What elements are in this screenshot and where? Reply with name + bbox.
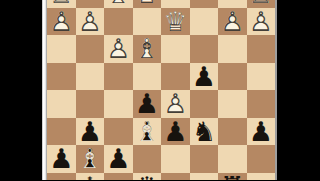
square-d7[interactable]	[161, 145, 190, 173]
chess-board[interactable]: ♜♖♝♗♚♔♜♖♟♙♟♙♛♕♟♙♟♙♟♙♝♗♟♟♟♙♟♝♗♟♞♟♟♝♗♟♚♛♜	[47, 0, 275, 180]
square-b5[interactable]	[218, 90, 247, 118]
square-h3[interactable]	[47, 35, 76, 63]
square-g2[interactable]: ♟♙	[76, 8, 105, 36]
square-c3[interactable]	[190, 35, 219, 63]
piece-white-queen: ♛♕	[161, 8, 190, 36]
square-b2[interactable]: ♟♙	[218, 8, 247, 36]
piece-white-bishop: ♝♗	[104, 0, 133, 8]
square-h2[interactable]: ♟♙	[47, 8, 76, 36]
square-g6[interactable]: ♟	[76, 118, 105, 146]
square-a4[interactable]	[247, 63, 276, 91]
square-f1[interactable]: ♝♗	[104, 0, 133, 8]
square-g5[interactable]	[76, 90, 105, 118]
square-d1[interactable]	[161, 0, 190, 8]
square-e3[interactable]: ♝♗	[133, 35, 162, 63]
piece-white-pawn: ♟♙	[104, 35, 133, 63]
piece-white-bishop: ♝♗	[133, 35, 162, 63]
square-b7[interactable]	[218, 145, 247, 173]
square-c8[interactable]	[190, 173, 219, 181]
piece-black-king: ♚	[76, 173, 105, 181]
square-c6[interactable]: ♞	[190, 118, 219, 146]
square-g8[interactable]: ♚	[76, 173, 105, 181]
piece-black-pawn: ♟	[104, 145, 133, 173]
square-h8[interactable]	[47, 173, 76, 181]
square-f3[interactable]: ♟♙	[104, 35, 133, 63]
square-g7[interactable]: ♝♗	[76, 145, 105, 173]
piece-black-pawn: ♟	[190, 63, 219, 91]
piece-black-bishop: ♝♗	[133, 118, 162, 146]
square-a3[interactable]	[247, 35, 276, 63]
square-a8[interactable]	[247, 173, 276, 181]
square-a7[interactable]	[247, 145, 276, 173]
square-f8[interactable]	[104, 173, 133, 181]
piece-black-rook: ♜	[218, 173, 247, 181]
square-g1[interactable]	[76, 0, 105, 8]
square-f2[interactable]	[104, 8, 133, 36]
square-e7[interactable]	[133, 145, 162, 173]
square-h4[interactable]	[47, 63, 76, 91]
square-e2[interactable]	[133, 8, 162, 36]
square-e5[interactable]: ♟	[133, 90, 162, 118]
piece-white-pawn: ♟♙	[218, 8, 247, 36]
square-a5[interactable]	[247, 90, 276, 118]
piece-white-rook: ♜♖	[47, 0, 76, 8]
square-d3[interactable]	[161, 35, 190, 63]
piece-black-bishop: ♝♗	[76, 145, 105, 173]
piece-black-pawn: ♟	[47, 145, 76, 173]
square-h1[interactable]: ♜♖	[47, 0, 76, 8]
square-b8[interactable]: ♜	[218, 173, 247, 181]
piece-white-pawn: ♟♙	[76, 8, 105, 36]
square-d6[interactable]: ♟	[161, 118, 190, 146]
piece-black-pawn: ♟	[76, 118, 105, 146]
square-a1[interactable]: ♜♖	[247, 0, 276, 8]
piece-white-king: ♚♔	[133, 0, 162, 8]
square-h5[interactable]	[47, 90, 76, 118]
video-frame: ♜♖♝♗♚♔♜♖♟♙♟♙♛♕♟♙♟♙♟♙♝♗♟♟♟♙♟♝♗♟♞♟♟♝♗♟♚♛♜	[0, 0, 320, 180]
square-a6[interactable]: ♟	[247, 118, 276, 146]
square-h6[interactable]	[47, 118, 76, 146]
square-b4[interactable]	[218, 63, 247, 91]
piece-white-pawn: ♟♙	[47, 8, 76, 36]
square-g4[interactable]	[76, 63, 105, 91]
piece-white-pawn: ♟♙	[247, 8, 276, 36]
piece-black-queen: ♛	[133, 173, 162, 181]
square-d8[interactable]	[161, 173, 190, 181]
window-edge	[275, 0, 277, 180]
piece-black-pawn: ♟	[133, 90, 162, 118]
square-f4[interactable]	[104, 63, 133, 91]
square-c5[interactable]	[190, 90, 219, 118]
square-b1[interactable]	[218, 0, 247, 8]
square-e1[interactable]: ♚♔	[133, 0, 162, 8]
square-a2[interactable]: ♟♙	[247, 8, 276, 36]
square-c2[interactable]	[190, 8, 219, 36]
square-e4[interactable]	[133, 63, 162, 91]
square-e8[interactable]: ♛	[133, 173, 162, 181]
square-f5[interactable]	[104, 90, 133, 118]
square-g3[interactable]	[76, 35, 105, 63]
square-b3[interactable]	[218, 35, 247, 63]
square-h7[interactable]: ♟	[47, 145, 76, 173]
square-c4[interactable]: ♟	[190, 63, 219, 91]
square-f6[interactable]	[104, 118, 133, 146]
square-d5[interactable]: ♟♙	[161, 90, 190, 118]
piece-white-pawn: ♟♙	[161, 90, 190, 118]
square-b6[interactable]	[218, 118, 247, 146]
square-e6[interactable]: ♝♗	[133, 118, 162, 146]
piece-black-knight: ♞	[190, 118, 219, 146]
piece-white-rook: ♜♖	[247, 0, 276, 8]
square-f7[interactable]: ♟	[104, 145, 133, 173]
square-d4[interactable]	[161, 63, 190, 91]
square-c1[interactable]	[190, 0, 219, 8]
square-c7[interactable]	[190, 145, 219, 173]
square-d2[interactable]: ♛♕	[161, 8, 190, 36]
piece-black-pawn: ♟	[161, 118, 190, 146]
piece-black-pawn: ♟	[247, 118, 276, 146]
